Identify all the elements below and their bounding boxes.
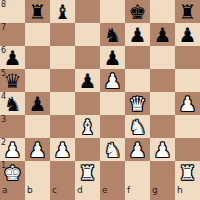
square-f5[interactable] <box>125 69 150 92</box>
square-g4[interactable] <box>150 92 175 115</box>
square-c5[interactable] <box>50 69 75 92</box>
square-f4[interactable]: ♛ <box>125 92 150 115</box>
square-d4[interactable] <box>75 92 100 115</box>
square-f1[interactable] <box>125 161 150 184</box>
file-label-a: a <box>0 184 25 200</box>
white-pawn-f2[interactable]: ♟ <box>129 139 147 161</box>
rank-label-6: 6 <box>1 47 6 55</box>
square-c6[interactable] <box>50 46 75 69</box>
rank-label-8: 8 <box>1 1 6 9</box>
square-f7[interactable]: ♟ <box>125 23 150 46</box>
square-g5[interactable] <box>150 69 175 92</box>
square-h8[interactable]: ♜ <box>175 0 200 23</box>
square-h2[interactable] <box>175 138 200 161</box>
black-king-f8[interactable]: ♚ <box>129 1 147 23</box>
chess-diagram: 8♜♝♚♜7♞♟♟♟6♟♟5♛♟♟4♞♟♛♟3♝♞2♟♟♟♞♟♟1♚♜♜abcd… <box>0 0 200 200</box>
square-b4[interactable]: ♟ <box>25 92 50 115</box>
square-e5[interactable]: ♟ <box>100 69 125 92</box>
black-pawn-e6[interactable]: ♟ <box>104 47 122 69</box>
white-pawn-b2[interactable]: ♟ <box>29 139 47 161</box>
square-b6[interactable] <box>25 46 50 69</box>
chess-board: 8♜♝♚♜7♞♟♟♟6♟♟5♛♟♟4♞♟♛♟3♝♞2♟♟♟♞♟♟1♚♜♜abcd… <box>0 0 200 200</box>
square-d2[interactable] <box>75 138 100 161</box>
black-pawn-g7[interactable]: ♟ <box>154 24 172 46</box>
square-g8[interactable] <box>150 0 175 23</box>
rank-label-7: 7 <box>1 24 6 32</box>
square-c4[interactable] <box>50 92 75 115</box>
file-label-e: e <box>100 184 125 200</box>
black-rook-h8[interactable]: ♜ <box>179 1 197 23</box>
black-pawn-a6[interactable]: ♟ <box>4 47 22 69</box>
white-queen-f4[interactable]: ♛ <box>129 93 147 115</box>
square-h6[interactable] <box>175 46 200 69</box>
square-c8[interactable]: ♝ <box>50 0 75 23</box>
white-bishop-d3[interactable]: ♝ <box>79 116 97 138</box>
square-h7[interactable]: ♟ <box>175 23 200 46</box>
square-g1[interactable] <box>150 161 175 184</box>
square-a3[interactable]: 3 <box>0 115 25 138</box>
square-h5[interactable] <box>175 69 200 92</box>
square-h3[interactable] <box>175 115 200 138</box>
rank-label-1: 1 <box>1 162 6 170</box>
square-g2[interactable]: ♟ <box>150 138 175 161</box>
square-d5[interactable]: ♟ <box>75 69 100 92</box>
square-c3[interactable] <box>50 115 75 138</box>
square-f2[interactable]: ♟ <box>125 138 150 161</box>
file-label-c: c <box>50 184 75 200</box>
square-f6[interactable] <box>125 46 150 69</box>
square-d3[interactable]: ♝ <box>75 115 100 138</box>
black-knight-a4[interactable]: ♞ <box>4 93 22 115</box>
black-rook-b8[interactable]: ♜ <box>29 1 47 23</box>
square-b5[interactable] <box>25 69 50 92</box>
square-a7[interactable]: 7 <box>0 23 25 46</box>
square-b7[interactable] <box>25 23 50 46</box>
black-knight-e7[interactable]: ♞ <box>104 24 122 46</box>
white-pawn-e5[interactable]: ♟ <box>104 70 122 92</box>
file-label-g: g <box>150 184 175 200</box>
square-b2[interactable]: ♟ <box>25 138 50 161</box>
square-d6[interactable] <box>75 46 100 69</box>
file-label-h: h <box>175 184 200 200</box>
square-b1[interactable] <box>25 161 50 184</box>
white-rook-d1[interactable]: ♜ <box>79 162 97 184</box>
square-e6[interactable]: ♟ <box>100 46 125 69</box>
white-knight-f3[interactable]: ♞ <box>129 116 147 138</box>
white-rook-h1[interactable]: ♜ <box>179 162 197 184</box>
square-e2[interactable]: ♞ <box>100 138 125 161</box>
square-a8[interactable]: 8 <box>0 0 25 23</box>
white-king-a1[interactable]: ♚ <box>4 162 22 184</box>
black-bishop-c8[interactable]: ♝ <box>54 1 72 23</box>
file-label-d: d <box>75 184 100 200</box>
square-a6[interactable]: 6♟ <box>0 46 25 69</box>
square-a4[interactable]: 4♞ <box>0 92 25 115</box>
square-a5[interactable]: 5♛ <box>0 69 25 92</box>
rank-label-2: 2 <box>1 139 6 147</box>
rank-label-5: 5 <box>1 70 6 78</box>
square-a1[interactable]: 1♚ <box>0 161 25 184</box>
square-c7[interactable] <box>50 23 75 46</box>
square-e3[interactable] <box>100 115 125 138</box>
black-pawn-f7[interactable]: ♟ <box>129 24 147 46</box>
file-label-f: f <box>125 184 150 200</box>
square-b8[interactable]: ♜ <box>25 0 50 23</box>
square-h1[interactable]: ♜ <box>175 161 200 184</box>
white-pawn-a2[interactable]: ♟ <box>4 139 22 161</box>
square-e1[interactable] <box>100 161 125 184</box>
square-e7[interactable]: ♞ <box>100 23 125 46</box>
rank-label-3: 3 <box>1 116 6 124</box>
square-g3[interactable] <box>150 115 175 138</box>
square-d8[interactable] <box>75 0 100 23</box>
black-pawn-d5[interactable]: ♟ <box>79 70 97 92</box>
square-h4[interactable]: ♟ <box>175 92 200 115</box>
square-e4[interactable] <box>100 92 125 115</box>
square-a2[interactable]: 2♟ <box>0 138 25 161</box>
square-d1[interactable]: ♜ <box>75 161 100 184</box>
black-queen-a5[interactable]: ♛ <box>4 70 22 92</box>
square-f8[interactable]: ♚ <box>125 0 150 23</box>
black-pawn-b4[interactable]: ♟ <box>29 93 47 115</box>
white-knight-e2[interactable]: ♞ <box>104 139 122 161</box>
rank-label-4: 4 <box>1 93 6 101</box>
white-pawn-c2[interactable]: ♟ <box>54 139 72 161</box>
square-e8[interactable] <box>100 0 125 23</box>
square-c1[interactable] <box>50 161 75 184</box>
white-pawn-h4[interactable]: ♟ <box>179 93 197 115</box>
white-pawn-g2[interactable]: ♟ <box>154 139 172 161</box>
square-g7[interactable]: ♟ <box>150 23 175 46</box>
square-c2[interactable]: ♟ <box>50 138 75 161</box>
square-b3[interactable] <box>25 115 50 138</box>
black-pawn-h7[interactable]: ♟ <box>179 24 197 46</box>
square-f3[interactable]: ♞ <box>125 115 150 138</box>
square-d7[interactable] <box>75 23 100 46</box>
square-g6[interactable] <box>150 46 175 69</box>
file-label-b: b <box>25 184 50 200</box>
